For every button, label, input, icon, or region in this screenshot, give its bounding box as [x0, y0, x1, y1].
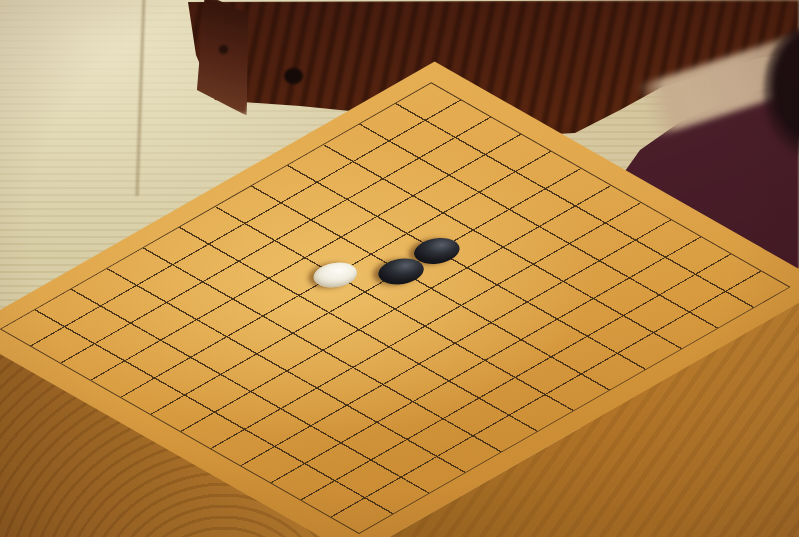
tray-hole: [284, 68, 303, 84]
goban-photo-scene: [0, 0, 799, 537]
tray-knob: [219, 45, 228, 54]
